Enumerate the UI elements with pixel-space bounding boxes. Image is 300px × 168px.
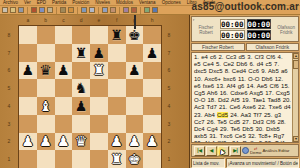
square-d5[interactable]: ♞ [72,79,90,97]
menu-item-posición[interactable]: Posición [72,0,89,5]
white-queen[interactable]: ♛ [75,134,88,148]
rank-label-5: 5 [163,79,175,97]
square-b5[interactable] [37,79,55,97]
edit-button[interactable]: Editar [278,148,289,153]
square-b6[interactable]: ♛ [37,62,55,80]
square-f2[interactable]: ♟ [108,133,126,151]
black-knight[interactable]: ♞ [75,81,88,95]
white-clock-secondary: 00:00 [220,30,245,40]
square-g5[interactable] [126,79,144,97]
board-icon[interactable] [31,7,37,13]
square-g2[interactable]: ♟ [126,133,144,151]
white-player-name: Fischer Robert [194,25,218,35]
square-h8[interactable] [143,26,161,44]
rank-label-5: 5 [3,79,15,97]
square-f8[interactable]: ♜ [108,26,126,44]
rank-label-4: 4 [163,97,175,115]
black-queen[interactable]: ♛ [39,63,52,77]
clock-icon[interactable] [47,7,53,13]
black-pawn[interactable]: ♟ [75,99,88,113]
players-icon[interactable] [123,7,129,13]
square-a8[interactable] [19,26,37,44]
square-e3[interactable] [90,115,108,133]
book-icon[interactable] [144,7,150,13]
white-clock-main: 00:00 [220,19,245,29]
engine-icon[interactable] [89,7,95,13]
square-c7[interactable] [55,44,73,62]
square-g3[interactable] [126,115,144,133]
square-a2[interactable]: ♟ [19,133,37,151]
square-b4[interactable]: ♝ [37,97,55,115]
black-clock-main: 00:00 [247,19,272,29]
square-b2[interactable]: ♟ [37,133,55,151]
square-g7[interactable] [126,44,144,62]
status-bar: Lista de mov. ¡Avanza un movimiento! / B… [191,158,299,168]
notation-header: Fischer Robert Olafsson Fridrik [191,43,299,51]
square-d7[interactable]: ♜ [72,44,90,62]
takeback-all-button[interactable]: |◀ [194,146,205,156]
white-pawn[interactable]: ♟ [146,134,159,148]
levels-icon[interactable] [102,7,108,13]
menu-item-opciones[interactable]: Opciones [162,0,181,5]
square-b3[interactable] [37,115,55,133]
square-c5[interactable] [55,79,73,97]
new-game-icon[interactable] [2,7,8,13]
menu-item-partida[interactable]: Partida [52,0,66,5]
rank-label-2: 2 [163,133,175,151]
training-icon[interactable] [131,7,137,13]
black-pawn[interactable]: ♟ [22,63,35,77]
square-f5[interactable] [108,79,126,97]
square-e5[interactable] [90,79,108,97]
scrollbar[interactable]: ▲ ▼ [292,53,298,142]
black-pawn[interactable]: ♟ [57,63,70,77]
square-c1[interactable] [55,150,73,168]
file-label-c: c [55,17,73,25]
rank-labels-left: 87654321 [3,26,15,168]
white-bishop[interactable]: ♝ [39,99,52,113]
scroll-thumb[interactable] [293,60,299,69]
open-icon[interactable] [10,7,16,13]
toolbar-separator [140,7,141,14]
rank-label-8: 8 [3,26,15,44]
toolbar-separator [98,7,99,14]
square-f7[interactable] [108,44,126,62]
clock-corner-mark: r [193,17,194,22]
white-pawn[interactable]: ♟ [22,134,35,148]
right-panel: r Fischer Robert 00:00 00:00 00:00 00:00… [190,15,300,168]
square-c2[interactable]: ♟ [55,133,73,151]
square-c4[interactable] [55,97,73,115]
mouse-cursor: ▲ [214,145,227,158]
rank-label-6: 6 [3,62,15,80]
help-icon[interactable] [152,7,158,13]
square-a3[interactable] [19,115,37,133]
square-h3[interactable] [143,115,161,133]
file-label-h: h [143,17,161,25]
square-h4[interactable] [143,97,161,115]
rank-label-7: 7 [163,44,175,62]
forward-all-button[interactable]: ▶| [230,146,241,156]
email-watermark: as85@outlook.com.ar [192,1,299,12]
square-d4[interactable]: ♟ [72,97,90,115]
board-panel: abcdefgh 87654321 87654321 ♜♚♜♟♟♟♛♟♜♟♞♝♟… [0,15,190,168]
status-left: Lista de mov. [191,158,225,168]
square-f6[interactable] [108,62,126,80]
file-label-d: d [72,17,90,25]
square-a6[interactable]: ♟ [19,62,37,80]
notation-icon[interactable] [39,7,45,13]
demo-button[interactable]: ⇄ Demo [250,147,261,155]
file-labels: abcdefgh [19,17,161,25]
analyze-icon[interactable] [110,7,116,13]
rank-label-2: 2 [3,133,15,151]
black-pawn[interactable]: ♟ [146,46,159,60]
square-f4[interactable] [108,97,126,115]
square-a1[interactable] [19,150,37,168]
annotation-arrow [134,15,136,29]
move-list[interactable]: 1. e4 c6 2. Cc3 d5 3. Cf3 Cf6 4. e5 Ce4 … [192,53,298,143]
black-rook[interactable]: ♜ [75,46,88,60]
square-d6[interactable] [72,62,90,80]
white-rook[interactable]: ♜ [110,152,123,166]
file-label-e: e [90,17,108,25]
square-g1[interactable]: ♚ [126,150,144,168]
menu-item-epd[interactable]: EPD [37,0,46,5]
square-d8[interactable] [72,26,90,44]
black-rook[interactable]: ♜ [110,28,123,42]
black-pawn[interactable]: ♟ [128,63,141,77]
black-name-header[interactable]: Olafsson Fridrik [246,43,300,51]
square-g6[interactable]: ♟ [126,62,144,80]
square-e2[interactable] [90,133,108,151]
square-d3[interactable] [72,115,90,133]
square-c8[interactable] [55,26,73,44]
square-b1[interactable] [37,150,55,168]
rank-label-1: 1 [163,150,175,168]
scroll-up-button[interactable]: ▲ [293,53,299,59]
square-d2[interactable]: ♛ [72,133,90,151]
navigation-bar: |◀◀▶▶| ⇄ Demo Análisis Editar ▲ [191,144,299,157]
black-player-name: Olafsson Fridrik [273,25,299,35]
square-h2[interactable]: ♟ [143,133,161,151]
menu-item-ver[interactable]: Ver [24,0,31,5]
square-a5[interactable] [19,79,37,97]
status-right: ¡Avanza un movimiento! / Botón derecho [226,158,299,168]
database-icon[interactable] [81,7,87,13]
menu-item-ventana[interactable]: Ventana [139,0,156,5]
square-a4[interactable] [19,97,37,115]
toolbar-separator [27,7,28,14]
menu-item-módulos[interactable]: Módulos [116,0,133,5]
file-label-f: f [108,17,126,25]
cursor-arrow-icon: ▲ [217,146,228,157]
black-pawn[interactable]: ♟ [93,46,106,60]
toolbar-separator [77,7,78,14]
analysis-button[interactable]: Análisis [262,148,277,153]
chess-board[interactable]: ♜♚♜♟♟♟♛♟♜♟♞♝♟♟♟♟♛♟♟♟♜♚ [19,26,161,168]
flip-board-icon[interactable] [60,7,66,13]
square-a7[interactable] [19,44,37,62]
move-list-panel: 1. e4 c6 2. Cc3 d5 3. Cf3 Cf6 4. e5 Ce4 … [191,52,299,143]
white-king[interactable]: ♚ [128,152,141,166]
chess-app-window: ArchivoVerEPDPartidaPosiciónNivelesMódul… [0,0,300,168]
square-e8[interactable] [90,26,108,44]
square-h6[interactable] [143,62,161,80]
globe-icon[interactable] [242,147,249,154]
square-c3[interactable] [55,115,73,133]
square-b7[interactable] [37,44,55,62]
rank-label-1: 1 [3,150,15,168]
square-h1[interactable] [143,150,161,168]
square-e7[interactable]: ♟ [90,44,108,62]
square-h5[interactable] [143,79,161,97]
square-b8[interactable] [37,26,55,44]
square-d1[interactable] [72,150,90,168]
scroll-down-button[interactable]: ▼ [293,136,299,142]
rank-label-3: 3 [163,115,175,133]
square-g4[interactable] [126,97,144,115]
clock-panel: r Fischer Robert 00:00 00:00 00:00 00:00… [191,16,299,42]
hint-icon[interactable] [68,7,74,13]
rank-labels-right: 87654321 [163,26,175,168]
rank-label-6: 6 [163,62,175,80]
black-clock-secondary: 00:00 [247,30,272,40]
rank-label-3: 3 [3,115,15,133]
file-label-a: a [19,17,37,25]
menu-item-niveles[interactable]: Niveles [95,0,110,5]
save-icon[interactable] [18,7,24,13]
square-e4[interactable] [90,97,108,115]
highlighted-move[interactable]: Cd5 [217,112,228,118]
toolbar-separator [56,7,57,14]
square-e6[interactable]: ♜ [90,62,108,80]
menu-item-archivo[interactable]: Archivo [3,0,18,5]
black-king[interactable]: ♚ [128,28,141,42]
rank-label-4: 4 [3,97,15,115]
white-pawn[interactable]: ♟ [128,134,141,148]
white-rook[interactable]: ♜ [93,63,106,77]
rank-label-8: 8 [163,26,175,44]
square-c6[interactable]: ♟ [55,62,73,80]
white-pawn[interactable]: ♟ [57,134,70,148]
square-e1[interactable] [90,150,108,168]
square-h7[interactable]: ♟ [143,44,161,62]
square-f3[interactable] [108,115,126,133]
white-pawn[interactable]: ♟ [110,134,123,148]
file-label-b: b [37,17,55,25]
toolbar-separator [119,7,120,14]
white-name-header[interactable]: Fischer Robert [191,43,245,51]
white-pawn[interactable]: ♟ [39,134,52,148]
rank-label-7: 7 [3,44,15,62]
square-f1[interactable]: ♜ [108,150,126,168]
